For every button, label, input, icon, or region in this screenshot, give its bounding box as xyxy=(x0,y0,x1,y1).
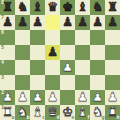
square-f3[interactable] xyxy=(75,75,90,90)
square-h1[interactable]: h♜ xyxy=(105,105,120,120)
square-a5[interactable]: 5 xyxy=(0,45,15,60)
square-a6[interactable]: 6 xyxy=(0,30,15,45)
square-c1[interactable]: c♝ xyxy=(30,105,45,120)
square-e2[interactable] xyxy=(60,90,75,105)
black-knight[interactable]: ♞ xyxy=(90,0,105,15)
black-pawn[interactable]: ♟ xyxy=(75,15,90,30)
square-a8[interactable]: 8♜ xyxy=(0,0,15,15)
square-d5[interactable]: ♟ xyxy=(45,45,60,60)
square-f4[interactable] xyxy=(75,60,90,75)
square-f6[interactable] xyxy=(75,30,90,45)
square-d3[interactable] xyxy=(45,75,60,90)
square-d1[interactable]: d♛ xyxy=(45,105,60,120)
square-e4[interactable]: ♟ xyxy=(60,60,75,75)
square-h3[interactable] xyxy=(105,75,120,90)
black-pawn[interactable]: ♟ xyxy=(30,15,45,30)
square-h2[interactable]: ♟ xyxy=(105,90,120,105)
square-g8[interactable]: ♞ xyxy=(90,0,105,15)
black-king[interactable]: ♚ xyxy=(60,0,75,15)
square-b7[interactable]: ♟ xyxy=(15,15,30,30)
white-pawn[interactable]: ♟ xyxy=(75,90,90,105)
square-a7[interactable]: 7♟ xyxy=(0,15,15,30)
square-b6[interactable] xyxy=(15,30,30,45)
square-a1[interactable]: 1a♜ xyxy=(0,105,15,120)
square-g7[interactable]: ♟ xyxy=(90,15,105,30)
square-b4[interactable] xyxy=(15,60,30,75)
black-pawn[interactable]: ♟ xyxy=(15,15,30,30)
square-b2[interactable]: ♟ xyxy=(15,90,30,105)
square-g6[interactable] xyxy=(90,30,105,45)
square-g3[interactable] xyxy=(90,75,105,90)
white-pawn[interactable]: ♟ xyxy=(30,90,45,105)
rank-label-5: 5 xyxy=(1,46,4,50)
black-pawn[interactable]: ♟ xyxy=(90,15,105,30)
square-a4[interactable]: 4 xyxy=(0,60,15,75)
square-h7[interactable]: ♟ xyxy=(105,15,120,30)
square-b5[interactable] xyxy=(15,45,30,60)
square-c6[interactable] xyxy=(30,30,45,45)
square-d8[interactable]: ♛ xyxy=(45,0,60,15)
rank-label-3: 3 xyxy=(1,76,4,80)
square-c4[interactable] xyxy=(30,60,45,75)
white-knight[interactable]: ♞ xyxy=(15,105,30,120)
square-f8[interactable]: ♝ xyxy=(75,0,90,15)
white-pawn[interactable]: ♟ xyxy=(60,60,75,75)
square-c2[interactable]: ♟ xyxy=(30,90,45,105)
white-king[interactable]: ♚ xyxy=(60,105,75,120)
black-knight[interactable]: ♞ xyxy=(15,0,30,15)
chess-board: 8♜♞♝♛♚♝♞♜7♟♟♟♟♟♟♟65♟4♟32♟♟♟♟♟♟♟1a♜b♞c♝d♛… xyxy=(0,0,120,120)
square-g5[interactable] xyxy=(90,45,105,60)
square-e1[interactable]: e♚ xyxy=(60,105,75,120)
square-h5[interactable] xyxy=(105,45,120,60)
square-e6[interactable] xyxy=(60,30,75,45)
square-d7[interactable] xyxy=(45,15,60,30)
square-e5[interactable] xyxy=(60,45,75,60)
square-h4[interactable] xyxy=(105,60,120,75)
square-d6[interactable] xyxy=(45,30,60,45)
white-queen[interactable]: ♛ xyxy=(45,105,60,120)
white-knight[interactable]: ♞ xyxy=(90,105,105,120)
white-bishop[interactable]: ♝ xyxy=(75,105,90,120)
square-c5[interactable] xyxy=(30,45,45,60)
black-pawn[interactable]: ♟ xyxy=(0,15,15,30)
square-f7[interactable]: ♟ xyxy=(75,15,90,30)
square-c7[interactable]: ♟ xyxy=(30,15,45,30)
square-e7[interactable]: ♟ xyxy=(60,15,75,30)
black-pawn[interactable]: ♟ xyxy=(105,15,120,30)
square-g1[interactable]: g♞ xyxy=(90,105,105,120)
white-pawn[interactable]: ♟ xyxy=(105,90,120,105)
square-d2[interactable]: ♟ xyxy=(45,90,60,105)
square-b3[interactable] xyxy=(15,75,30,90)
square-b1[interactable]: b♞ xyxy=(15,105,30,120)
square-e8[interactable]: ♚ xyxy=(60,0,75,15)
black-queen[interactable]: ♛ xyxy=(45,0,60,15)
square-b8[interactable]: ♞ xyxy=(15,0,30,15)
square-h6[interactable] xyxy=(105,30,120,45)
rank-label-6: 6 xyxy=(1,31,4,35)
rank-label-4: 4 xyxy=(1,61,4,65)
black-bishop[interactable]: ♝ xyxy=(75,0,90,15)
square-a2[interactable]: 2♟ xyxy=(0,90,15,105)
square-e3[interactable] xyxy=(60,75,75,90)
black-pawn[interactable]: ♟ xyxy=(60,15,75,30)
white-rook[interactable]: ♜ xyxy=(0,105,15,120)
square-f2[interactable]: ♟ xyxy=(75,90,90,105)
square-f5[interactable] xyxy=(75,45,90,60)
square-g2[interactable]: ♟ xyxy=(90,90,105,105)
white-pawn[interactable]: ♟ xyxy=(45,90,60,105)
white-rook[interactable]: ♜ xyxy=(105,105,120,120)
white-pawn[interactable]: ♟ xyxy=(90,90,105,105)
white-pawn[interactable]: ♟ xyxy=(0,90,15,105)
black-bishop[interactable]: ♝ xyxy=(30,0,45,15)
square-c8[interactable]: ♝ xyxy=(30,0,45,15)
black-rook[interactable]: ♜ xyxy=(0,0,15,15)
white-pawn[interactable]: ♟ xyxy=(15,90,30,105)
square-h8[interactable]: ♜ xyxy=(105,0,120,15)
black-rook[interactable]: ♜ xyxy=(105,0,120,15)
square-c3[interactable] xyxy=(30,75,45,90)
square-g4[interactable] xyxy=(90,60,105,75)
black-pawn[interactable]: ♟ xyxy=(45,45,60,60)
white-bishop[interactable]: ♝ xyxy=(30,105,45,120)
square-a3[interactable]: 3 xyxy=(0,75,15,90)
square-d4[interactable] xyxy=(45,60,60,75)
square-f1[interactable]: f♝ xyxy=(75,105,90,120)
